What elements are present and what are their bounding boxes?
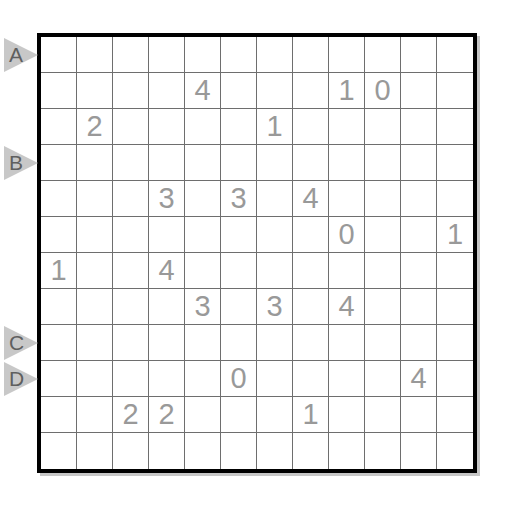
clue-number: 0 (338, 220, 354, 249)
cell-r2-c5[interactable]: 4 (185, 73, 221, 109)
cell-r7-c11[interactable] (401, 253, 437, 289)
cell-r6-c5[interactable] (185, 217, 221, 253)
cell-r7-c7[interactable] (257, 253, 293, 289)
cell-r1-c5[interactable] (185, 37, 221, 73)
cell-r12-c5[interactable] (185, 433, 221, 469)
cell-r3-c5[interactable] (185, 109, 221, 145)
cell-r4-c8[interactable] (293, 145, 329, 181)
cell-r3-c11[interactable] (401, 109, 437, 145)
clue-number: 1 (50, 256, 66, 285)
cell-r11-c7[interactable] (257, 397, 293, 433)
row-marker-label: C (9, 326, 24, 360)
cell-r11-c8[interactable]: 1 (293, 397, 329, 433)
cell-r11-c12[interactable] (437, 397, 473, 433)
cell-r2-c8[interactable] (293, 73, 329, 109)
cell-r1-c12[interactable] (437, 37, 473, 73)
cell-r1-c9[interactable] (329, 37, 365, 73)
cell-r2-c3[interactable] (113, 73, 149, 109)
cell-r4-c6[interactable] (221, 145, 257, 181)
cell-r11-c3[interactable]: 2 (113, 397, 149, 433)
clue-number: 3 (158, 184, 174, 213)
cell-r1-c6[interactable] (221, 37, 257, 73)
cell-r11-c4[interactable]: 2 (149, 397, 185, 433)
cell-r9-c7[interactable] (257, 325, 293, 361)
cell-r5-c10[interactable] (365, 181, 401, 217)
cell-r7-c10[interactable] (365, 253, 401, 289)
cell-r9-c5[interactable] (185, 325, 221, 361)
cell-r5-c2[interactable] (77, 181, 113, 217)
cell-r5-c6[interactable]: 3 (221, 181, 257, 217)
cell-r12-c8[interactable] (293, 433, 329, 469)
cell-r7-c5[interactable] (185, 253, 221, 289)
cell-r1-c3[interactable] (113, 37, 149, 73)
cell-r4-c4[interactable] (149, 145, 185, 181)
cell-r2-c1[interactable] (41, 73, 77, 109)
cell-r6-c8[interactable] (293, 217, 329, 253)
clue-number: 4 (194, 76, 210, 105)
cell-r8-c6[interactable] (221, 289, 257, 325)
cell-r12-c1[interactable] (41, 433, 77, 469)
cell-r12-c7[interactable] (257, 433, 293, 469)
cell-r2-c11[interactable] (401, 73, 437, 109)
cell-r12-c10[interactable] (365, 433, 401, 469)
cell-r5-c11[interactable] (401, 181, 437, 217)
cell-r11-c9[interactable] (329, 397, 365, 433)
cell-r3-c3[interactable] (113, 109, 149, 145)
cell-r12-c12[interactable] (437, 433, 473, 469)
cell-r4-c11[interactable] (401, 145, 437, 181)
cell-r8-c5[interactable]: 3 (185, 289, 221, 325)
cell-r10-c1[interactable] (41, 361, 77, 397)
cell-r10-c4[interactable] (149, 361, 185, 397)
clue-number: 0 (374, 76, 390, 105)
cell-r1-c4[interactable] (149, 37, 185, 73)
cell-r4-c9[interactable] (329, 145, 365, 181)
cell-r9-c12[interactable] (437, 325, 473, 361)
row-marker-label: A (9, 38, 23, 72)
cell-r8-c9[interactable]: 4 (329, 289, 365, 325)
cell-r10-c3[interactable] (113, 361, 149, 397)
cell-r2-c12[interactable] (437, 73, 473, 109)
clue-number: 3 (266, 292, 282, 321)
cell-r3-c2[interactable]: 2 (77, 109, 113, 145)
cell-r11-c2[interactable] (77, 397, 113, 433)
cell-r5-c4[interactable]: 3 (149, 181, 185, 217)
cell-r3-c8[interactable] (293, 109, 329, 145)
cell-r6-c9[interactable]: 0 (329, 217, 365, 253)
cell-r5-c8[interactable]: 4 (293, 181, 329, 217)
cell-r6-c6[interactable] (221, 217, 257, 253)
cell-r10-c9[interactable] (329, 361, 365, 397)
cell-r7-c12[interactable] (437, 253, 473, 289)
cell-r9-c6[interactable] (221, 325, 257, 361)
cell-r8-c10[interactable] (365, 289, 401, 325)
cell-r10-c7[interactable] (257, 361, 293, 397)
clue-number: 4 (338, 292, 354, 321)
cell-r12-c3[interactable] (113, 433, 149, 469)
cell-r3-c9[interactable] (329, 109, 365, 145)
cell-r8-c1[interactable] (41, 289, 77, 325)
cell-r3-c10[interactable] (365, 109, 401, 145)
cell-r7-c4[interactable]: 4 (149, 253, 185, 289)
cell-r8-c8[interactable] (293, 289, 329, 325)
cell-r7-c8[interactable] (293, 253, 329, 289)
cell-r8-c2[interactable] (77, 289, 113, 325)
clue-number: 2 (86, 112, 102, 141)
cell-r10-c11[interactable]: 4 (401, 361, 437, 397)
row-marker-label: D (9, 362, 24, 396)
clue-number: 1 (447, 220, 463, 249)
cell-r10-c8[interactable] (293, 361, 329, 397)
cell-r10-c12[interactable] (437, 361, 473, 397)
cell-r10-c10[interactable] (365, 361, 401, 397)
cell-r9-c9[interactable] (329, 325, 365, 361)
cell-r8-c3[interactable] (113, 289, 149, 325)
cell-r12-c9[interactable] (329, 433, 365, 469)
cell-r4-c5[interactable] (185, 145, 221, 181)
cell-r1-c8[interactable] (293, 37, 329, 73)
cell-r11-c5[interactable] (185, 397, 221, 433)
cell-r9-c4[interactable] (149, 325, 185, 361)
cell-r4-c1[interactable] (41, 145, 77, 181)
clue-number: 0 (230, 364, 246, 393)
cell-r1-c10[interactable] (365, 37, 401, 73)
cell-r2-c7[interactable] (257, 73, 293, 109)
cell-r12-c11[interactable] (401, 433, 437, 469)
cell-r7-c9[interactable] (329, 253, 365, 289)
cell-r6-c4[interactable] (149, 217, 185, 253)
puzzle-page: 41021334011433404221 ABCD (0, 0, 512, 509)
cell-r9-c2[interactable] (77, 325, 113, 361)
cell-r5-c3[interactable] (113, 181, 149, 217)
cell-r6-c1[interactable] (41, 217, 77, 253)
cell-r9-c3[interactable] (113, 325, 149, 361)
cell-r6-c2[interactable] (77, 217, 113, 253)
cell-r5-c1[interactable] (41, 181, 77, 217)
cell-r10-c6[interactable]: 0 (221, 361, 257, 397)
cell-r4-c2[interactable] (77, 145, 113, 181)
cell-r4-c10[interactable] (365, 145, 401, 181)
clue-number: 3 (230, 184, 246, 213)
clue-number: 1 (302, 400, 318, 429)
cell-r3-c12[interactable] (437, 109, 473, 145)
clue-number: 2 (122, 400, 138, 429)
cell-r5-c7[interactable] (257, 181, 293, 217)
clue-number: 3 (194, 292, 210, 321)
cell-r8-c4[interactable] (149, 289, 185, 325)
cell-r5-c9[interactable] (329, 181, 365, 217)
cell-r5-c5[interactable] (185, 181, 221, 217)
cell-r8-c12[interactable] (437, 289, 473, 325)
cell-r8-c7[interactable]: 3 (257, 289, 293, 325)
cell-r2-c4[interactable] (149, 73, 185, 109)
cell-r1-c2[interactable] (77, 37, 113, 73)
cell-r11-c6[interactable] (221, 397, 257, 433)
cell-r1-c7[interactable] (257, 37, 293, 73)
row-marker-b: B (4, 146, 38, 180)
clue-number: 4 (158, 256, 174, 285)
cell-r4-c12[interactable] (437, 145, 473, 181)
clue-number: 1 (266, 112, 282, 141)
cell-r1-c1[interactable] (41, 37, 77, 73)
cell-r7-c6[interactable] (221, 253, 257, 289)
cell-r2-c9[interactable]: 1 (329, 73, 365, 109)
cell-r8-c11[interactable] (401, 289, 437, 325)
cell-r6-c7[interactable] (257, 217, 293, 253)
cell-r9-c11[interactable] (401, 325, 437, 361)
cell-r6-c12[interactable]: 1 (437, 217, 473, 253)
cell-r10-c5[interactable] (185, 361, 221, 397)
cell-r11-c11[interactable] (401, 397, 437, 433)
cell-r2-c2[interactable] (77, 73, 113, 109)
row-marker-a: A (4, 38, 38, 72)
cell-r9-c10[interactable] (365, 325, 401, 361)
cell-r9-c8[interactable] (293, 325, 329, 361)
cell-r3-c4[interactable] (149, 109, 185, 145)
cell-r1-c11[interactable] (401, 37, 437, 73)
cell-r3-c6[interactable] (221, 109, 257, 145)
row-marker-d: D (4, 362, 38, 396)
cell-r6-c11[interactable] (401, 217, 437, 253)
cell-r10-c2[interactable] (77, 361, 113, 397)
clue-number: 4 (302, 184, 318, 213)
cell-r12-c2[interactable] (77, 433, 113, 469)
row-marker-label: B (9, 146, 23, 180)
cell-r12-c4[interactable] (149, 433, 185, 469)
cell-r2-c10[interactable]: 0 (365, 73, 401, 109)
cell-r7-c3[interactable] (113, 253, 149, 289)
cell-r5-c12[interactable] (437, 181, 473, 217)
clue-number: 1 (338, 76, 354, 105)
cell-r7-c2[interactable] (77, 253, 113, 289)
cell-r7-c1[interactable]: 1 (41, 253, 77, 289)
cell-r3-c1[interactable] (41, 109, 77, 145)
row-marker-c: C (4, 326, 38, 360)
puzzle-grid: 41021334011433404221 (37, 33, 477, 473)
cell-r11-c10[interactable] (365, 397, 401, 433)
cell-r6-c3[interactable] (113, 217, 149, 253)
cell-r4-c3[interactable] (113, 145, 149, 181)
cell-r12-c6[interactable] (221, 433, 257, 469)
clue-number: 2 (158, 400, 174, 429)
clue-number: 4 (410, 364, 426, 393)
cell-r2-c6[interactable] (221, 73, 257, 109)
cell-r3-c7[interactable]: 1 (257, 109, 293, 145)
cell-r6-c10[interactable] (365, 217, 401, 253)
cell-r9-c1[interactable] (41, 325, 77, 361)
cell-r11-c1[interactable] (41, 397, 77, 433)
cell-r4-c7[interactable] (257, 145, 293, 181)
